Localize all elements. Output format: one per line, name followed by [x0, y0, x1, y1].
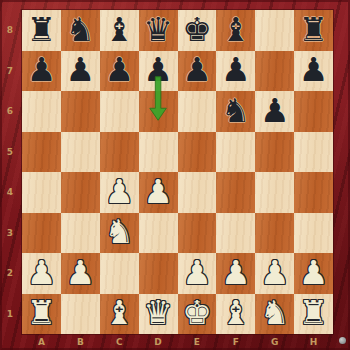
- rank-label-4: 4: [7, 187, 13, 197]
- square-b7[interactable]: ♟: [61, 51, 100, 92]
- square-c3[interactable]: ♞: [100, 213, 139, 254]
- square-a1[interactable]: ♜: [22, 294, 61, 335]
- square-e5[interactable]: [178, 132, 217, 173]
- file-label-b: B: [77, 337, 84, 347]
- square-h4[interactable]: [294, 172, 333, 213]
- rank-label-2: 2: [7, 268, 13, 278]
- square-h3[interactable]: [294, 213, 333, 254]
- square-d3[interactable]: [139, 213, 178, 254]
- rank-label-5: 5: [7, 147, 13, 157]
- square-e6[interactable]: [178, 91, 217, 132]
- piece-white-rook[interactable]: ♜: [27, 296, 57, 329]
- square-g7[interactable]: [255, 51, 294, 92]
- piece-black-pawn[interactable]: ♟: [27, 53, 57, 86]
- square-b5[interactable]: [61, 132, 100, 173]
- square-f2[interactable]: ♟: [216, 253, 255, 294]
- piece-black-rook[interactable]: ♜: [299, 13, 329, 46]
- piece-black-pawn[interactable]: ♟: [299, 53, 329, 86]
- piece-black-pawn[interactable]: ♟: [221, 53, 251, 86]
- square-f4[interactable]: [216, 172, 255, 213]
- square-g3[interactable]: [255, 213, 294, 254]
- square-d5[interactable]: [139, 132, 178, 173]
- rank-label-3: 3: [7, 228, 13, 238]
- square-g8[interactable]: [255, 10, 294, 51]
- piece-black-pawn[interactable]: ♟: [66, 53, 96, 86]
- square-e1[interactable]: ♚: [178, 294, 217, 335]
- square-g4[interactable]: [255, 172, 294, 213]
- chess-board: ♜♞♝♛♚♝♜♟♟♟♟♟♟♟♞♟♟♟♞♟♟♟♟♟♟♜♝♛♚♝♞♜: [22, 10, 333, 334]
- piece-white-pawn[interactable]: ♟: [260, 256, 290, 289]
- square-c6[interactable]: [100, 91, 139, 132]
- square-g5[interactable]: [255, 132, 294, 173]
- file-label-e: E: [194, 337, 200, 347]
- square-e4[interactable]: [178, 172, 217, 213]
- square-b6[interactable]: [61, 91, 100, 132]
- square-h8[interactable]: ♜: [294, 10, 333, 51]
- square-d6[interactable]: [139, 91, 178, 132]
- square-c7[interactable]: ♟: [100, 51, 139, 92]
- square-f7[interactable]: ♟: [216, 51, 255, 92]
- square-a6[interactable]: [22, 91, 61, 132]
- square-c2[interactable]: [100, 253, 139, 294]
- square-b8[interactable]: ♞: [61, 10, 100, 51]
- square-h7[interactable]: ♟: [294, 51, 333, 92]
- square-d1[interactable]: ♛: [139, 294, 178, 335]
- piece-white-pawn[interactable]: ♟: [299, 256, 329, 289]
- rank-label-6: 6: [7, 106, 13, 116]
- square-e3[interactable]: [178, 213, 217, 254]
- square-c4[interactable]: ♟: [100, 172, 139, 213]
- piece-white-pawn[interactable]: ♟: [27, 256, 57, 289]
- square-a7[interactable]: ♟: [22, 51, 61, 92]
- square-a8[interactable]: ♜: [22, 10, 61, 51]
- piece-white-pawn[interactable]: ♟: [104, 175, 134, 208]
- rank-label-1: 1: [7, 309, 13, 319]
- piece-white-knight[interactable]: ♞: [104, 215, 134, 248]
- piece-white-queen[interactable]: ♛: [143, 296, 173, 329]
- rank-label-8: 8: [7, 25, 13, 35]
- piece-black-pawn[interactable]: ♟: [104, 53, 134, 86]
- square-a3[interactable]: [22, 213, 61, 254]
- piece-white-bishop[interactable]: ♝: [221, 296, 251, 329]
- square-f1[interactable]: ♝: [216, 294, 255, 335]
- corner-dot: [339, 337, 346, 344]
- square-e7[interactable]: ♟: [178, 51, 217, 92]
- file-label-g: G: [271, 337, 278, 347]
- file-label-c: C: [116, 337, 123, 347]
- square-h5[interactable]: [294, 132, 333, 173]
- square-e2[interactable]: ♟: [178, 253, 217, 294]
- square-c8[interactable]: ♝: [100, 10, 139, 51]
- square-e8[interactable]: ♚: [178, 10, 217, 51]
- piece-white-king[interactable]: ♚: [182, 296, 212, 329]
- piece-black-knight[interactable]: ♞: [66, 13, 96, 46]
- square-f6[interactable]: ♞: [216, 91, 255, 132]
- piece-black-king[interactable]: ♚: [182, 13, 212, 46]
- square-b1[interactable]: [61, 294, 100, 335]
- piece-white-pawn[interactable]: ♟: [143, 175, 173, 208]
- square-a2[interactable]: ♟: [22, 253, 61, 294]
- square-d2[interactable]: [139, 253, 178, 294]
- square-d8[interactable]: ♛: [139, 10, 178, 51]
- file-label-d: D: [154, 337, 161, 347]
- piece-black-pawn[interactable]: ♟: [143, 53, 173, 86]
- piece-white-rook[interactable]: ♜: [299, 296, 329, 329]
- square-a4[interactable]: [22, 172, 61, 213]
- square-b4[interactable]: [61, 172, 100, 213]
- piece-black-queen[interactable]: ♛: [143, 13, 173, 46]
- piece-black-knight[interactable]: ♞: [221, 94, 251, 127]
- square-g1[interactable]: ♞: [255, 294, 294, 335]
- piece-white-bishop[interactable]: ♝: [104, 296, 134, 329]
- square-f5[interactable]: [216, 132, 255, 173]
- piece-white-knight[interactable]: ♞: [260, 296, 290, 329]
- file-label-h: H: [310, 337, 318, 347]
- piece-white-pawn[interactable]: ♟: [221, 256, 251, 289]
- square-b2[interactable]: ♟: [61, 253, 100, 294]
- piece-black-pawn[interactable]: ♟: [182, 53, 212, 86]
- square-d4[interactable]: ♟: [139, 172, 178, 213]
- chess-board-widget: ♜♞♝♛♚♝♜♟♟♟♟♟♟♟♞♟♟♟♞♟♟♟♟♟♟♜♝♛♚♝♞♜ 8765432…: [0, 0, 350, 350]
- square-f3[interactable]: [216, 213, 255, 254]
- piece-black-pawn[interactable]: ♟: [260, 94, 290, 127]
- piece-black-bishop[interactable]: ♝: [221, 13, 251, 46]
- piece-black-bishop[interactable]: ♝: [104, 13, 134, 46]
- rank-label-7: 7: [7, 66, 13, 76]
- square-g2[interactable]: ♟: [255, 253, 294, 294]
- square-d7[interactable]: ♟: [139, 51, 178, 92]
- square-g6[interactable]: ♟: [255, 91, 294, 132]
- piece-white-pawn[interactable]: ♟: [66, 256, 96, 289]
- square-c1[interactable]: ♝: [100, 294, 139, 335]
- piece-black-rook[interactable]: ♜: [27, 13, 57, 46]
- square-h1[interactable]: ♜: [294, 294, 333, 335]
- file-label-f: F: [233, 337, 239, 347]
- file-label-a: A: [38, 337, 45, 347]
- square-c5[interactable]: [100, 132, 139, 173]
- square-h6[interactable]: [294, 91, 333, 132]
- piece-white-pawn[interactable]: ♟: [182, 256, 212, 289]
- square-b3[interactable]: [61, 213, 100, 254]
- square-a5[interactable]: [22, 132, 61, 173]
- square-f8[interactable]: ♝: [216, 10, 255, 51]
- square-h2[interactable]: ♟: [294, 253, 333, 294]
